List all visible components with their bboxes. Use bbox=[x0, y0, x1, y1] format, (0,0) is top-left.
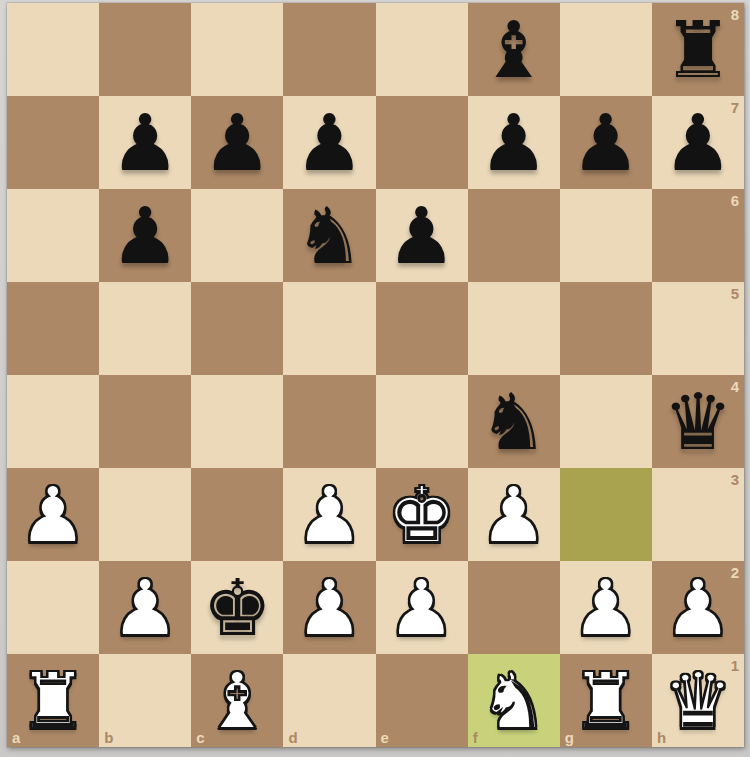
square-a5[interactable] bbox=[7, 282, 99, 375]
square-d3[interactable]: ♟ bbox=[283, 468, 375, 561]
square-f8[interactable]: ♝ bbox=[468, 3, 560, 96]
piece-black-pawn[interactable]: ♟ bbox=[191, 96, 283, 189]
piece-white-pawn[interactable]: ♟ bbox=[652, 561, 744, 654]
piece-black-pawn[interactable]: ♟ bbox=[468, 96, 560, 189]
square-f5[interactable] bbox=[468, 282, 560, 375]
square-h7[interactable]: 7♟ bbox=[652, 96, 744, 189]
square-f6[interactable] bbox=[468, 189, 560, 282]
file-label-d: d bbox=[288, 730, 297, 745]
piece-white-pawn[interactable]: ♟ bbox=[560, 561, 652, 654]
square-g7[interactable]: ♟ bbox=[560, 96, 652, 189]
square-b4[interactable] bbox=[99, 375, 191, 468]
square-a6[interactable] bbox=[7, 189, 99, 282]
square-b7[interactable]: ♟ bbox=[99, 96, 191, 189]
piece-black-pawn[interactable]: ♟ bbox=[283, 96, 375, 189]
piece-black-bishop[interactable]: ♝ bbox=[468, 3, 560, 96]
square-c7[interactable]: ♟ bbox=[191, 96, 283, 189]
square-g8[interactable] bbox=[560, 3, 652, 96]
square-h6[interactable]: 6 bbox=[652, 189, 744, 282]
square-c8[interactable] bbox=[191, 3, 283, 96]
rank-label-3: 3 bbox=[731, 472, 739, 487]
piece-black-king[interactable]: ♚ bbox=[191, 561, 283, 654]
chess-board: ♝8♜♟♟♟♟♟7♟♟♞♟65♞4♛♟♟♚♟3♟♚♟♟♟2♟a♜bc♝def♞g… bbox=[7, 3, 744, 747]
piece-black-queen[interactable]: ♛ bbox=[652, 375, 744, 468]
square-b2[interactable]: ♟ bbox=[99, 561, 191, 654]
square-c5[interactable] bbox=[191, 282, 283, 375]
square-d6[interactable]: ♞ bbox=[283, 189, 375, 282]
piece-white-rook[interactable]: ♜ bbox=[560, 654, 652, 747]
piece-black-knight[interactable]: ♞ bbox=[283, 189, 375, 282]
square-b1[interactable]: b bbox=[99, 654, 191, 747]
square-d1[interactable]: d bbox=[283, 654, 375, 747]
file-label-e: e bbox=[381, 730, 389, 745]
square-h4[interactable]: 4♛ bbox=[652, 375, 744, 468]
square-c2[interactable]: ♚ bbox=[191, 561, 283, 654]
page-background: ♝8♜♟♟♟♟♟7♟♟♞♟65♞4♛♟♟♚♟3♟♚♟♟♟2♟a♜bc♝def♞g… bbox=[0, 0, 750, 757]
square-e8[interactable] bbox=[376, 3, 468, 96]
piece-white-knight[interactable]: ♞ bbox=[468, 654, 560, 747]
square-d2[interactable]: ♟ bbox=[283, 561, 375, 654]
file-label-b: b bbox=[104, 730, 113, 745]
piece-black-pawn[interactable]: ♟ bbox=[99, 189, 191, 282]
square-c6[interactable] bbox=[191, 189, 283, 282]
square-g6[interactable] bbox=[560, 189, 652, 282]
square-g1[interactable]: g♜ bbox=[560, 654, 652, 747]
square-f4[interactable]: ♞ bbox=[468, 375, 560, 468]
square-h8[interactable]: 8♜ bbox=[652, 3, 744, 96]
square-e6[interactable]: ♟ bbox=[376, 189, 468, 282]
square-d7[interactable]: ♟ bbox=[283, 96, 375, 189]
square-c1[interactable]: c♝ bbox=[191, 654, 283, 747]
square-d5[interactable] bbox=[283, 282, 375, 375]
square-g5[interactable] bbox=[560, 282, 652, 375]
square-b5[interactable] bbox=[99, 282, 191, 375]
square-a4[interactable] bbox=[7, 375, 99, 468]
piece-black-pawn[interactable]: ♟ bbox=[652, 96, 744, 189]
square-e4[interactable] bbox=[376, 375, 468, 468]
square-e2[interactable]: ♟ bbox=[376, 561, 468, 654]
square-d4[interactable] bbox=[283, 375, 375, 468]
square-e3[interactable]: ♚ bbox=[376, 468, 468, 561]
piece-black-rook[interactable]: ♜ bbox=[652, 3, 744, 96]
square-e5[interactable] bbox=[376, 282, 468, 375]
square-f3[interactable]: ♟ bbox=[468, 468, 560, 561]
square-a7[interactable] bbox=[7, 96, 99, 189]
rank-label-6: 6 bbox=[731, 193, 739, 208]
square-f7[interactable]: ♟ bbox=[468, 96, 560, 189]
piece-white-pawn[interactable]: ♟ bbox=[7, 468, 99, 561]
piece-white-rook[interactable]: ♜ bbox=[7, 654, 99, 747]
piece-white-bishop[interactable]: ♝ bbox=[191, 654, 283, 747]
piece-white-pawn[interactable]: ♟ bbox=[283, 468, 375, 561]
square-g4[interactable] bbox=[560, 375, 652, 468]
piece-white-queen[interactable]: ♛ bbox=[652, 654, 744, 747]
square-c4[interactable] bbox=[191, 375, 283, 468]
piece-white-pawn[interactable]: ♟ bbox=[99, 561, 191, 654]
square-e7[interactable] bbox=[376, 96, 468, 189]
square-f1[interactable]: f♞ bbox=[468, 654, 560, 747]
square-b3[interactable] bbox=[99, 468, 191, 561]
square-b8[interactable] bbox=[99, 3, 191, 96]
square-h1[interactable]: 1h♛ bbox=[652, 654, 744, 747]
piece-white-pawn[interactable]: ♟ bbox=[468, 468, 560, 561]
square-e1[interactable]: e bbox=[376, 654, 468, 747]
piece-black-pawn[interactable]: ♟ bbox=[99, 96, 191, 189]
piece-white-pawn[interactable]: ♟ bbox=[283, 561, 375, 654]
square-h3[interactable]: 3 bbox=[652, 468, 744, 561]
square-d8[interactable] bbox=[283, 3, 375, 96]
square-b6[interactable]: ♟ bbox=[99, 189, 191, 282]
piece-black-pawn[interactable]: ♟ bbox=[376, 189, 468, 282]
square-a1[interactable]: a♜ bbox=[7, 654, 99, 747]
piece-white-pawn[interactable]: ♟ bbox=[376, 561, 468, 654]
piece-white-king[interactable]: ♚ bbox=[376, 468, 468, 561]
square-f2[interactable] bbox=[468, 561, 560, 654]
square-g3[interactable] bbox=[560, 468, 652, 561]
square-a2[interactable] bbox=[7, 561, 99, 654]
square-h2[interactable]: 2♟ bbox=[652, 561, 744, 654]
piece-black-pawn[interactable]: ♟ bbox=[560, 96, 652, 189]
square-c3[interactable] bbox=[191, 468, 283, 561]
square-h5[interactable]: 5 bbox=[652, 282, 744, 375]
piece-black-knight[interactable]: ♞ bbox=[468, 375, 560, 468]
square-g2[interactable]: ♟ bbox=[560, 561, 652, 654]
square-a8[interactable] bbox=[7, 3, 99, 96]
square-a3[interactable]: ♟ bbox=[7, 468, 99, 561]
rank-label-5: 5 bbox=[731, 286, 739, 301]
